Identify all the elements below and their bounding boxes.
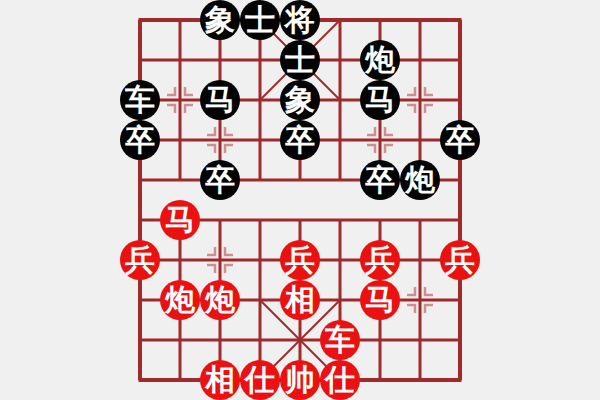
- point-d4[interactable]: [240, 240, 280, 280]
- point-g1[interactable]: [360, 360, 400, 400]
- point-f3[interactable]: [320, 280, 360, 320]
- point-g6[interactable]: 卒: [360, 160, 400, 200]
- piece-red-general[interactable]: 帅: [280, 360, 320, 400]
- point-g2[interactable]: [360, 320, 400, 360]
- piece-black-advisor[interactable]: 士: [240, 0, 280, 40]
- piece-red-advisor[interactable]: 仕: [240, 360, 280, 400]
- point-a9[interactable]: [120, 40, 160, 80]
- point-g8[interactable]: 马: [360, 80, 400, 120]
- point-h1[interactable]: [400, 360, 440, 400]
- point-f5[interactable]: [320, 200, 360, 240]
- piece-black-cannon[interactable]: 炮: [400, 160, 440, 200]
- point-b5[interactable]: 马: [160, 200, 200, 240]
- piece-red-cannon[interactable]: 炮: [200, 280, 240, 320]
- point-b7[interactable]: [160, 120, 200, 160]
- point-c6[interactable]: 卒: [200, 160, 240, 200]
- point-e6[interactable]: [280, 160, 320, 200]
- point-i10[interactable]: [440, 0, 480, 40]
- point-c1[interactable]: 相: [200, 360, 240, 400]
- point-a8[interactable]: 车: [120, 80, 160, 120]
- point-c7[interactable]: [200, 120, 240, 160]
- point-g10[interactable]: [360, 0, 400, 40]
- point-i4[interactable]: 兵: [440, 240, 480, 280]
- point-d1[interactable]: 仕: [240, 360, 280, 400]
- point-h9[interactable]: [400, 40, 440, 80]
- point-c4[interactable]: [200, 240, 240, 280]
- point-i5[interactable]: [440, 200, 480, 240]
- piece-red-elephant[interactable]: 相: [200, 360, 240, 400]
- point-h6[interactable]: 炮: [400, 160, 440, 200]
- point-h5[interactable]: [400, 200, 440, 240]
- point-h8[interactable]: [400, 80, 440, 120]
- point-h3[interactable]: [400, 280, 440, 320]
- piece-black-elephant[interactable]: 象: [200, 0, 240, 40]
- xiangqi-board: 象士将士炮车马象马卒卒卒卒卒炮马兵兵兵兵炮炮相马车相仕帅仕: [0, 0, 600, 400]
- point-h10[interactable]: [400, 0, 440, 40]
- point-i6[interactable]: [440, 160, 480, 200]
- point-a6[interactable]: [120, 160, 160, 200]
- point-c5[interactable]: [200, 200, 240, 240]
- piece-red-soldier[interactable]: 兵: [360, 240, 400, 280]
- point-g3[interactable]: 马: [360, 280, 400, 320]
- point-b10[interactable]: [160, 0, 200, 40]
- piece-red-cannon[interactable]: 炮: [160, 280, 200, 320]
- piece-black-soldier[interactable]: 卒: [200, 160, 240, 200]
- piece-black-soldier[interactable]: 卒: [360, 160, 400, 200]
- piece-black-soldier[interactable]: 卒: [440, 120, 480, 160]
- point-g7[interactable]: [360, 120, 400, 160]
- point-e1[interactable]: 帅: [280, 360, 320, 400]
- point-i8[interactable]: [440, 80, 480, 120]
- point-f9[interactable]: [320, 40, 360, 80]
- point-e9[interactable]: 士: [280, 40, 320, 80]
- point-g4[interactable]: 兵: [360, 240, 400, 280]
- point-b6[interactable]: [160, 160, 200, 200]
- point-i7[interactable]: 卒: [440, 120, 480, 160]
- point-e7[interactable]: 卒: [280, 120, 320, 160]
- point-b8[interactable]: [160, 80, 200, 120]
- piece-red-advisor[interactable]: 仕: [320, 360, 360, 400]
- point-e4[interactable]: 兵: [280, 240, 320, 280]
- board-points: 象士将士炮车马象马卒卒卒卒卒炮马兵兵兵兵炮炮相马车相仕帅仕: [120, 0, 480, 400]
- point-c9[interactable]: [200, 40, 240, 80]
- point-d2[interactable]: [240, 320, 280, 360]
- piece-red-elephant[interactable]: 相: [280, 280, 320, 320]
- point-c3[interactable]: 炮: [200, 280, 240, 320]
- point-d5[interactable]: [240, 200, 280, 240]
- piece-red-soldier[interactable]: 兵: [120, 240, 160, 280]
- point-f10[interactable]: [320, 0, 360, 40]
- point-e8[interactable]: 象: [280, 80, 320, 120]
- point-c2[interactable]: [200, 320, 240, 360]
- point-d6[interactable]: [240, 160, 280, 200]
- point-e2[interactable]: [280, 320, 320, 360]
- piece-black-soldier[interactable]: 卒: [280, 120, 320, 160]
- point-a3[interactable]: [120, 280, 160, 320]
- piece-black-horse[interactable]: 马: [200, 80, 240, 120]
- piece-red-soldier[interactable]: 兵: [440, 240, 480, 280]
- piece-black-soldier[interactable]: 卒: [120, 120, 160, 160]
- point-b3[interactable]: 炮: [160, 280, 200, 320]
- piece-black-general[interactable]: 将: [280, 0, 320, 40]
- point-b2[interactable]: [160, 320, 200, 360]
- point-e3[interactable]: 相: [280, 280, 320, 320]
- point-e5[interactable]: [280, 200, 320, 240]
- point-d8[interactable]: [240, 80, 280, 120]
- point-e10[interactable]: 将: [280, 0, 320, 40]
- point-f2[interactable]: 车: [320, 320, 360, 360]
- point-d10[interactable]: 士: [240, 0, 280, 40]
- point-a7[interactable]: 卒: [120, 120, 160, 160]
- point-i2[interactable]: [440, 320, 480, 360]
- piece-black-advisor[interactable]: 士: [280, 40, 320, 80]
- point-a4[interactable]: 兵: [120, 240, 160, 280]
- point-i3[interactable]: [440, 280, 480, 320]
- point-b1[interactable]: [160, 360, 200, 400]
- point-c8[interactable]: 马: [200, 80, 240, 120]
- point-i1[interactable]: [440, 360, 480, 400]
- point-a5[interactable]: [120, 200, 160, 240]
- point-a10[interactable]: [120, 0, 160, 40]
- point-a1[interactable]: [120, 360, 160, 400]
- point-c10[interactable]: 象: [200, 0, 240, 40]
- point-h2[interactable]: [400, 320, 440, 360]
- piece-red-horse[interactable]: 马: [360, 280, 400, 320]
- point-f1[interactable]: 仕: [320, 360, 360, 400]
- piece-black-chariot[interactable]: 车: [120, 80, 160, 120]
- point-f7[interactable]: [320, 120, 360, 160]
- point-b4[interactable]: [160, 240, 200, 280]
- point-a2[interactable]: [120, 320, 160, 360]
- point-b9[interactable]: [160, 40, 200, 80]
- point-h4[interactable]: [400, 240, 440, 280]
- piece-black-elephant[interactable]: 象: [280, 80, 320, 120]
- point-i9[interactable]: [440, 40, 480, 80]
- point-d9[interactable]: [240, 40, 280, 80]
- point-g5[interactable]: [360, 200, 400, 240]
- piece-red-chariot[interactable]: 车: [320, 320, 360, 360]
- piece-black-cannon[interactable]: 炮: [360, 40, 400, 80]
- point-d3[interactable]: [240, 280, 280, 320]
- point-g9[interactable]: 炮: [360, 40, 400, 80]
- point-d7[interactable]: [240, 120, 280, 160]
- piece-red-horse[interactable]: 马: [160, 200, 200, 240]
- piece-red-soldier[interactable]: 兵: [280, 240, 320, 280]
- point-f4[interactable]: [320, 240, 360, 280]
- point-f6[interactable]: [320, 160, 360, 200]
- point-h7[interactable]: [400, 120, 440, 160]
- piece-black-horse[interactable]: 马: [360, 80, 400, 120]
- point-f8[interactable]: [320, 80, 360, 120]
